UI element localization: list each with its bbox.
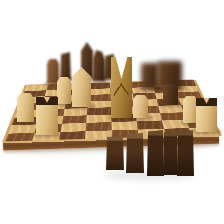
king-chevron [114,83,129,96]
piece-white-pawn [57,77,71,104]
piece-body [163,84,178,105]
piece-white-pawn [133,95,148,118]
piece-white-queen [72,67,91,107]
piece-body [106,136,124,170]
piece-body [57,77,71,104]
piece-body [133,95,148,118]
piece-black-pawn [163,84,178,105]
pieces-layer [0,0,224,224]
piece-body [126,133,144,173]
captured-piece [163,131,178,175]
piece-body [93,50,105,81]
captured-piece [147,130,164,176]
piece-body [163,131,178,175]
chess-set-photo [0,0,224,224]
piece-white-rook [196,98,217,132]
piece-body [17,93,34,122]
piece-body [177,130,194,176]
captured-piece [177,130,194,176]
piece-white-rook [36,97,58,135]
piece-black-bishop [93,50,105,81]
piece-black-knight [60,52,71,80]
piece-white-pawn [17,93,34,122]
piece-body [60,52,71,80]
piece-body [147,130,164,176]
captured-piece [126,133,144,173]
piece-golden-king [111,57,132,118]
captured-piece [106,136,124,170]
piece-body [72,67,91,107]
